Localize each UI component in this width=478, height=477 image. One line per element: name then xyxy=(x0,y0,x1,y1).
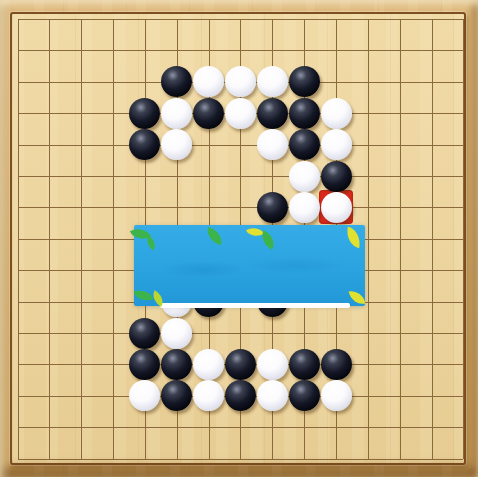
black-stone xyxy=(289,98,320,129)
white-stone xyxy=(161,129,192,160)
white-stone xyxy=(321,98,352,129)
grid-line-horizontal xyxy=(18,19,464,20)
grid-line-horizontal xyxy=(18,459,464,460)
black-stone xyxy=(257,192,288,223)
white-stone xyxy=(257,380,288,411)
black-stone xyxy=(257,98,288,129)
white-stone xyxy=(257,129,288,160)
grid-line-horizontal xyxy=(18,50,464,51)
white-stone xyxy=(289,161,320,192)
black-stone xyxy=(129,129,160,160)
black-stone xyxy=(289,380,320,411)
black-stone xyxy=(161,380,192,411)
white-stone xyxy=(289,192,320,223)
black-stone xyxy=(289,129,320,160)
white-stone xyxy=(193,349,224,380)
grid-line-horizontal xyxy=(18,427,464,428)
white-stone xyxy=(161,318,192,349)
black-stone xyxy=(225,349,256,380)
leaf-icon xyxy=(204,227,224,245)
black-stone xyxy=(129,98,160,129)
white-stone xyxy=(193,380,224,411)
leaf-icon xyxy=(134,287,154,304)
black-stone xyxy=(225,380,256,411)
black-stone xyxy=(193,98,224,129)
leaf-icon xyxy=(246,223,264,240)
grid-line-horizontal xyxy=(18,176,464,177)
white-stone xyxy=(257,66,288,97)
black-stone xyxy=(161,66,192,97)
black-stone xyxy=(129,318,160,349)
grid-line-horizontal xyxy=(18,145,464,146)
white-stone xyxy=(257,349,288,380)
white-stone xyxy=(321,380,352,411)
black-stone xyxy=(161,349,192,380)
notification-banner[interactable] xyxy=(134,225,365,306)
go-board-app: { "game": "go", "board": { "rows": 15, "… xyxy=(0,0,478,477)
black-stone xyxy=(321,349,352,380)
grid-line-horizontal xyxy=(18,207,464,208)
black-stone xyxy=(289,349,320,380)
grid-line-horizontal xyxy=(18,333,464,334)
banner-progress-bar xyxy=(160,303,350,308)
leaf-icon xyxy=(349,289,366,307)
leaf-icon xyxy=(344,227,362,248)
black-stone xyxy=(289,66,320,97)
white-stone xyxy=(129,380,160,411)
grid-line-vertical xyxy=(463,19,464,459)
black-stone xyxy=(321,161,352,192)
black-stone xyxy=(129,349,160,380)
white-stone xyxy=(225,66,256,97)
white-stone xyxy=(193,66,224,97)
white-stone xyxy=(321,192,352,223)
white-stone xyxy=(161,98,192,129)
white-stone xyxy=(225,98,256,129)
white-stone xyxy=(321,129,352,160)
